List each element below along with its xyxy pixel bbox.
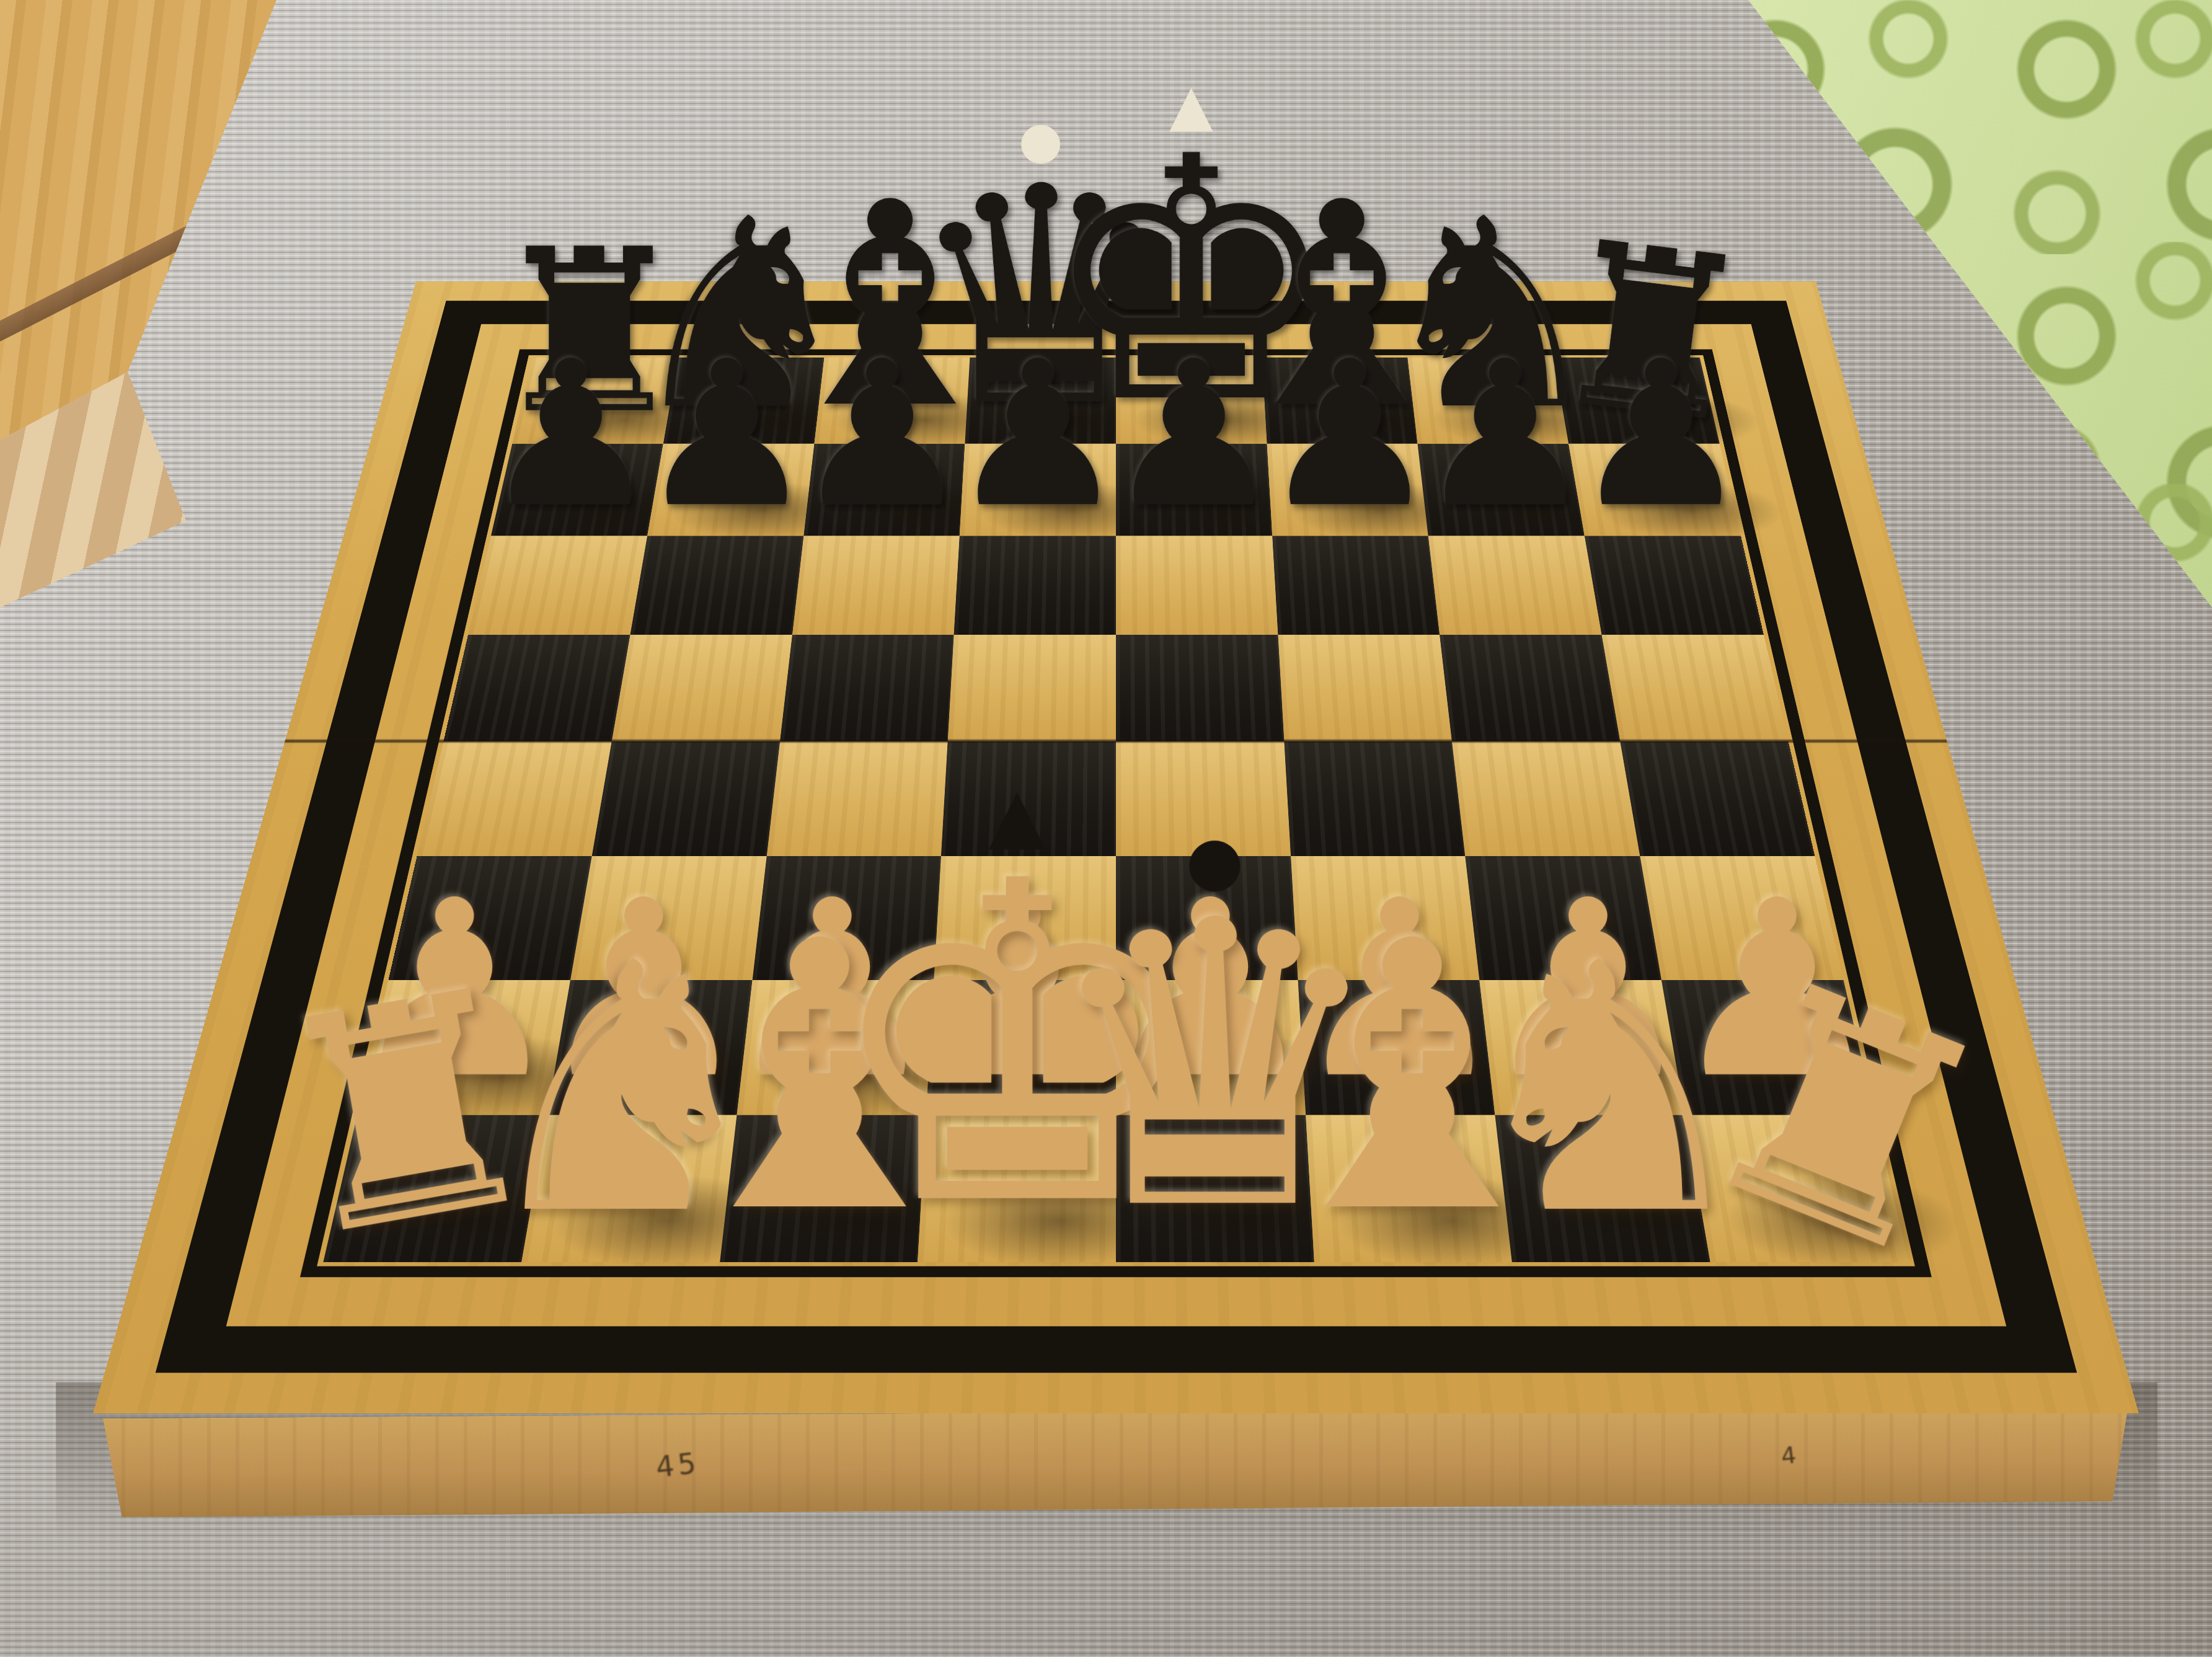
square-h1[interactable]: ♜ — [1685, 1115, 1909, 1262]
square-h4[interactable] — [1620, 741, 1815, 856]
square-c5[interactable] — [780, 635, 954, 741]
pawn-glyph: ♟ — [948, 343, 1128, 528]
square-f7[interactable]: ♟ — [1267, 444, 1428, 536]
square-e6[interactable] — [1116, 536, 1278, 635]
square-g4[interactable] — [1452, 741, 1640, 856]
square-g7[interactable]: ♟ — [1418, 444, 1585, 536]
pencil-mark: 4 — [1779, 1441, 1801, 1470]
pawn-glyph: ♟ — [1415, 343, 1595, 528]
board-face: ♜♞♝♛●♚▲♝♞♜♟♟♟♟♟♟♟♟♟♟♟♟♟♟♟♟♜♞♝♚▲♛●♝♞♜ — [93, 281, 2139, 1413]
square-g6[interactable] — [1428, 536, 1602, 635]
pawn-glyph: ♟ — [1104, 343, 1284, 528]
square-b6[interactable] — [630, 536, 803, 635]
photo-scene: 45 4 ♜♞♝♛●♚▲♝♞♜♟♟♟♟♟♟♟♟♟♟♟♟♟♟♟♟♜♞♝♚▲♛●♝♞… — [0, 0, 2212, 1657]
pawn-glyph: ♟ — [792, 343, 972, 528]
board-front-edge: 45 4 — [93, 1406, 2139, 1518]
square-e5[interactable] — [1116, 635, 1284, 741]
spike-finial: ▲ — [988, 777, 1046, 852]
chess-board: ♜♞♝♛●♚▲♝♞♜♟♟♟♟♟♟♟♟♟♟♟♟♟♟♟♟♜♞♝♚▲♛●♝♞♜ — [93, 281, 2139, 1413]
square-b7[interactable]: ♟ — [647, 444, 814, 536]
square-h7[interactable]: ♟ — [1568, 444, 1741, 536]
square-g5[interactable] — [1440, 635, 1620, 741]
squares-grid: ♜♞♝♛●♚▲♝♞♜♟♟♟♟♟♟♟♟♟♟♟♟♟♟♟♟♜♞♝♚▲♛●♝♞♜ — [324, 358, 1909, 1262]
pawn-glyph: ♟ — [637, 343, 816, 528]
pencil-mark: 45 — [654, 1446, 701, 1484]
spike-finial: ▲ — [1169, 76, 1213, 133]
pawn-glyph: ♟ — [481, 343, 661, 528]
square-h6[interactable] — [1585, 536, 1764, 635]
square-d5[interactable] — [948, 635, 1116, 741]
square-c6[interactable] — [792, 536, 960, 635]
pawn-glyph: ♟ — [1571, 343, 1751, 528]
square-f6[interactable] — [1272, 536, 1440, 635]
square-a5[interactable] — [444, 635, 630, 741]
pawn-glyph: ♟ — [1260, 343, 1440, 528]
ball-finial: ● — [1185, 828, 1244, 895]
square-h5[interactable] — [1602, 635, 1789, 741]
square-d6[interactable] — [954, 536, 1116, 635]
hinge-seam — [284, 739, 1947, 743]
square-a6[interactable] — [468, 536, 647, 635]
square-c7[interactable]: ♟ — [803, 444, 965, 536]
square-b5[interactable] — [612, 635, 792, 741]
square-f5[interactable] — [1278, 635, 1452, 741]
square-b4[interactable] — [592, 741, 780, 856]
square-d7[interactable]: ♟ — [960, 444, 1116, 536]
square-a4[interactable] — [417, 741, 612, 856]
square-e7[interactable]: ♟ — [1116, 444, 1272, 536]
